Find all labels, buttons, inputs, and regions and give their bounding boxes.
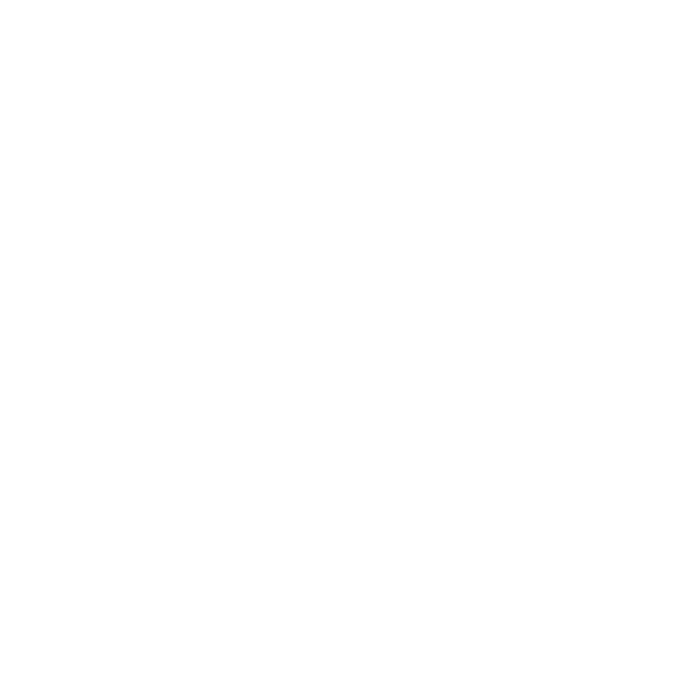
product-photo-canvas: Folding wooden checkers set, corner pers… — [0, 0, 700, 700]
checkers-board — [0, 0, 700, 700]
